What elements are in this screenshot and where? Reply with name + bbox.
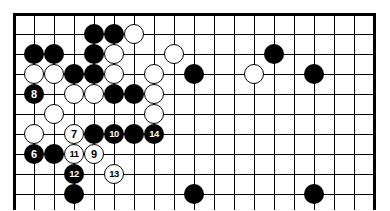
black-stone[interactable]	[124, 124, 144, 144]
move-number-label: 14	[149, 129, 159, 139]
white-stone-move-13[interactable]: 13	[104, 164, 124, 184]
black-stone-move-14[interactable]: 14	[144, 124, 164, 144]
white-stone[interactable]	[124, 24, 144, 44]
black-stone[interactable]	[104, 84, 124, 104]
white-stone[interactable]	[144, 104, 164, 124]
white-stone[interactable]	[84, 84, 104, 104]
black-stone-move-12[interactable]: 12	[64, 164, 84, 184]
move-number-label: 6	[31, 149, 37, 160]
black-stone-move-10[interactable]: 10	[104, 124, 124, 144]
grid-line	[294, 13, 295, 211]
grid-line	[254, 13, 255, 211]
grid-line	[274, 13, 275, 211]
move-number-label: 13	[109, 169, 119, 179]
grid-line	[13, 54, 376, 55]
move-number-label: 7	[71, 129, 77, 140]
grid-line	[34, 13, 35, 211]
grid-line	[13, 34, 376, 35]
white-stone-move-11[interactable]: 11	[64, 144, 84, 164]
white-stone[interactable]	[104, 44, 124, 64]
white-stone[interactable]	[104, 64, 124, 84]
white-stone[interactable]	[44, 104, 64, 124]
white-stone-move-7[interactable]: 7	[64, 124, 84, 144]
white-stone[interactable]	[24, 124, 44, 144]
grid-line	[214, 13, 215, 211]
black-stone[interactable]	[84, 124, 104, 144]
black-stone[interactable]	[184, 184, 204, 204]
board-edge-line	[13, 13, 376, 16]
black-stone[interactable]	[24, 44, 44, 64]
black-stone[interactable]	[44, 44, 64, 64]
white-stone[interactable]	[24, 64, 44, 84]
white-stone[interactable]	[144, 64, 164, 84]
move-number-label: 11	[69, 149, 78, 159]
white-stone-move-9[interactable]: 9	[84, 144, 104, 164]
black-stone-move-8[interactable]: 8	[24, 84, 44, 104]
grid-line	[174, 13, 175, 211]
black-stone[interactable]	[84, 44, 104, 64]
go-diagram: 87101461191213	[0, 0, 390, 210]
black-stone[interactable]	[84, 24, 104, 44]
black-stone[interactable]	[124, 84, 144, 104]
grid-line	[234, 13, 235, 211]
black-stone[interactable]	[104, 24, 124, 44]
go-board[interactable]: 87101461191213	[0, 0, 390, 210]
white-stone[interactable]	[144, 84, 164, 104]
grid-line	[354, 13, 355, 211]
grid-line	[314, 13, 315, 211]
black-stone-move-6[interactable]: 6	[24, 144, 44, 164]
white-stone[interactable]	[44, 64, 64, 84]
move-number-label: 10	[109, 129, 119, 139]
white-stone[interactable]	[244, 64, 264, 84]
black-stone[interactable]	[304, 184, 324, 204]
white-stone[interactable]	[164, 44, 184, 64]
black-stone[interactable]	[84, 64, 104, 84]
black-stone[interactable]	[304, 64, 324, 84]
move-number-label: 9	[91, 149, 97, 160]
board-edge-line	[373, 13, 376, 211]
black-stone[interactable]	[264, 44, 284, 64]
grid-line	[194, 13, 195, 211]
board-edge-line	[13, 13, 16, 211]
grid-line	[13, 114, 376, 115]
move-number-label: 12	[69, 169, 79, 179]
white-stone[interactable]	[64, 84, 84, 104]
grid-line	[334, 13, 335, 211]
black-stone[interactable]	[184, 64, 204, 84]
move-number-label: 8	[31, 89, 37, 100]
black-stone[interactable]	[64, 64, 84, 84]
black-stone[interactable]	[64, 184, 84, 204]
black-stone[interactable]	[44, 144, 64, 164]
